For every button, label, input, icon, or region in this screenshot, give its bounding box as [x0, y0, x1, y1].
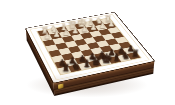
white-pawn: ♟ [86, 26, 98, 32]
brass-clasp-icon [58, 84, 63, 90]
white-pawn: ♟ [59, 31, 71, 38]
white-pawn: ♟ [68, 29, 80, 36]
white-pawn: ♟ [77, 28, 89, 34]
white-pawn: ♟ [50, 33, 62, 40]
product-photo-scene: ♜♞♝♛♚♝♞♜♟♟♟♟♟♟♟♟♟♟♟♟♟♟♟♟♜♞♝♛♚♝♞♜ [0, 0, 175, 105]
chess-box: ♜♞♝♛♚♝♞♜♟♟♟♟♟♟♟♟♟♟♟♟♟♟♟♟♜♞♝♛♚♝♞♜ [26, 12, 154, 83]
